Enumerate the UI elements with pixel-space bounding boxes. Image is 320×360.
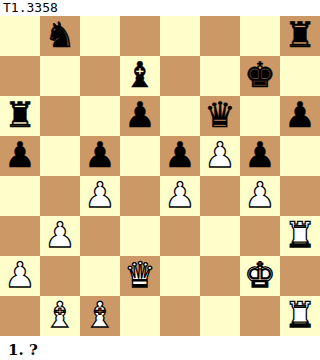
square-g2[interactable]: ♚ — [240, 256, 280, 296]
square-c3[interactable] — [80, 216, 120, 256]
square-f1[interactable] — [200, 296, 240, 336]
white-king[interactable]: ♚ — [244, 256, 275, 295]
square-h1[interactable]: ♜ — [280, 296, 320, 336]
square-f5[interactable]: ♟ — [200, 136, 240, 176]
square-e2[interactable] — [160, 256, 200, 296]
square-d7[interactable]: ♝ — [120, 56, 160, 96]
square-c7[interactable] — [80, 56, 120, 96]
square-d4[interactable] — [120, 176, 160, 216]
white-pawn[interactable]: ♟ — [164, 176, 195, 215]
square-g5[interactable]: ♟ — [240, 136, 280, 176]
square-a3[interactable] — [0, 216, 40, 256]
black-pawn[interactable]: ♟ — [284, 96, 315, 135]
square-c2[interactable] — [80, 256, 120, 296]
square-c5[interactable]: ♟ — [80, 136, 120, 176]
black-pawn[interactable]: ♟ — [84, 136, 115, 175]
white-rook[interactable]: ♜ — [284, 216, 315, 255]
white-pawn[interactable]: ♟ — [204, 136, 235, 175]
square-b5[interactable] — [40, 136, 80, 176]
square-e8[interactable] — [160, 16, 200, 56]
square-a6[interactable]: ♜ — [0, 96, 40, 136]
square-e1[interactable] — [160, 296, 200, 336]
square-a1[interactable] — [0, 296, 40, 336]
white-pawn[interactable]: ♟ — [244, 176, 275, 215]
square-c8[interactable] — [80, 16, 120, 56]
square-a4[interactable] — [0, 176, 40, 216]
square-g6[interactable] — [240, 96, 280, 136]
square-h4[interactable] — [280, 176, 320, 216]
square-d5[interactable] — [120, 136, 160, 176]
square-b2[interactable] — [40, 256, 80, 296]
black-pawn[interactable]: ♟ — [4, 136, 35, 175]
square-g7[interactable]: ♚ — [240, 56, 280, 96]
square-c6[interactable] — [80, 96, 120, 136]
black-queen[interactable]: ♛ — [204, 96, 235, 135]
square-g8[interactable] — [240, 16, 280, 56]
white-pawn[interactable]: ♟ — [4, 256, 35, 295]
black-pawn[interactable]: ♟ — [244, 136, 275, 175]
square-b6[interactable] — [40, 96, 80, 136]
black-knight[interactable]: ♞ — [44, 16, 75, 55]
square-h5[interactable] — [280, 136, 320, 176]
square-b1[interactable]: ♝ — [40, 296, 80, 336]
square-f3[interactable] — [200, 216, 240, 256]
square-f7[interactable] — [200, 56, 240, 96]
square-g3[interactable] — [240, 216, 280, 256]
black-rook[interactable]: ♜ — [4, 96, 35, 135]
square-a7[interactable] — [0, 56, 40, 96]
white-pawn[interactable]: ♟ — [44, 216, 75, 255]
square-h6[interactable]: ♟ — [280, 96, 320, 136]
square-a8[interactable] — [0, 16, 40, 56]
square-h2[interactable] — [280, 256, 320, 296]
square-d6[interactable]: ♟ — [120, 96, 160, 136]
square-f2[interactable] — [200, 256, 240, 296]
square-f6[interactable]: ♛ — [200, 96, 240, 136]
square-b3[interactable]: ♟ — [40, 216, 80, 256]
black-pawn[interactable]: ♟ — [164, 136, 195, 175]
square-e6[interactable] — [160, 96, 200, 136]
square-b7[interactable] — [40, 56, 80, 96]
square-d3[interactable] — [120, 216, 160, 256]
square-h3[interactable]: ♜ — [280, 216, 320, 256]
square-e3[interactable] — [160, 216, 200, 256]
square-c1[interactable]: ♝ — [80, 296, 120, 336]
square-h8[interactable]: ♜ — [280, 16, 320, 56]
square-d1[interactable] — [120, 296, 160, 336]
chess-board: ♞♜♝♚♜♟♛♟♟♟♟♟♟♟♟♟♟♜♟♛♚♝♝♜ — [0, 16, 320, 336]
black-pawn[interactable]: ♟ — [124, 96, 155, 135]
square-e7[interactable] — [160, 56, 200, 96]
square-g4[interactable]: ♟ — [240, 176, 280, 216]
square-d8[interactable] — [120, 16, 160, 56]
square-a2[interactable]: ♟ — [0, 256, 40, 296]
square-f4[interactable] — [200, 176, 240, 216]
black-bishop[interactable]: ♝ — [124, 56, 155, 95]
square-e5[interactable]: ♟ — [160, 136, 200, 176]
square-g1[interactable] — [240, 296, 280, 336]
black-king[interactable]: ♚ — [244, 56, 275, 95]
square-a5[interactable]: ♟ — [0, 136, 40, 176]
white-bishop[interactable]: ♝ — [84, 296, 115, 335]
square-c4[interactable]: ♟ — [80, 176, 120, 216]
white-pawn[interactable]: ♟ — [84, 176, 115, 215]
square-b4[interactable] — [40, 176, 80, 216]
chess-puzzle-page: T1.3358 ♞♜♝♚♜♟♛♟♟♟♟♟♟♟♟♟♟♜♟♛♚♝♝♜ 1. ? — [0, 0, 320, 360]
white-bishop[interactable]: ♝ — [44, 296, 75, 335]
square-d2[interactable]: ♛ — [120, 256, 160, 296]
square-h7[interactable] — [280, 56, 320, 96]
square-f8[interactable] — [200, 16, 240, 56]
puzzle-title: T1.3358 — [0, 0, 320, 16]
black-rook[interactable]: ♜ — [284, 16, 315, 55]
move-prompt: 1. ? — [0, 341, 320, 359]
white-rook[interactable]: ♜ — [284, 296, 315, 335]
square-b8[interactable]: ♞ — [40, 16, 80, 56]
white-queen[interactable]: ♛ — [124, 256, 155, 295]
square-e4[interactable]: ♟ — [160, 176, 200, 216]
